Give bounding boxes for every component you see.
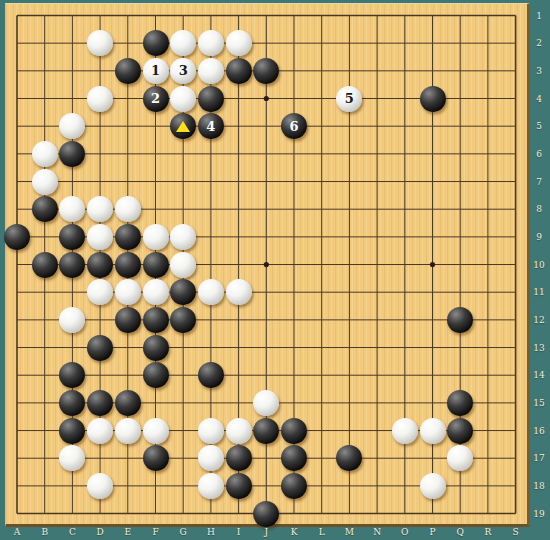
stone-black-E9 [115,224,141,250]
column-label-B: B [41,528,48,537]
stone-white-D18 [87,473,113,499]
stone-black-C16 [59,418,85,444]
stone-white-P18 [420,473,446,499]
stone-white-H18 [198,473,224,499]
stone-black-F4: 2 [143,86,169,112]
stone-black-B8 [32,196,58,222]
go-game-window: 132546 ABCDEFGHIJKLMNOPQRS12345678910111… [0,0,550,540]
stone-white-F16 [143,418,169,444]
star-point [264,96,269,101]
stone-black-F10 [143,252,169,278]
row-label-4: 4 [536,94,542,103]
stone-black-F12 [143,307,169,333]
stone-white-G3: 3 [170,58,196,84]
row-label-16: 16 [533,426,544,435]
move-number-label: 5 [345,92,354,105]
move-number-label: 3 [179,64,188,77]
row-label-12: 12 [533,315,544,324]
stone-black-Q16 [447,418,473,444]
column-label-R: R [485,528,492,537]
column-label-D: D [96,528,103,537]
column-label-C: C [69,528,76,537]
stone-white-O16 [392,418,418,444]
stone-black-D10 [87,252,113,278]
stone-black-J16 [253,418,279,444]
stone-white-G9 [170,224,196,250]
row-label-15: 15 [533,398,544,407]
column-label-A: A [14,528,21,537]
row-label-14: 14 [533,371,544,380]
stone-white-B7 [32,169,58,195]
stone-white-F11 [143,279,169,305]
triangle-marker-icon [176,121,190,132]
column-label-Q: Q [456,528,463,537]
stone-white-I2 [226,30,252,56]
stone-black-E15 [115,390,141,416]
column-label-O: O [401,528,408,537]
stone-black-J19 [253,501,279,527]
column-label-L: L [319,528,325,537]
row-label-5: 5 [536,122,542,131]
stone-black-I3 [226,58,252,84]
column-label-E: E [125,528,132,537]
stone-white-P16 [420,418,446,444]
stone-white-G4 [170,86,196,112]
row-label-1: 1 [536,11,542,20]
stone-black-F14 [143,362,169,388]
stone-black-B10 [32,252,58,278]
stone-black-H5: 4 [198,113,224,139]
stone-white-E16 [115,418,141,444]
column-label-F: F [152,528,158,537]
move-number-label: 6 [289,120,298,133]
stone-black-K18 [281,473,307,499]
stone-white-F3: 1 [143,58,169,84]
stone-white-H17 [198,445,224,471]
stone-white-H11 [198,279,224,305]
column-label-S: S [513,528,519,537]
stone-black-P4 [420,86,446,112]
stone-black-E12 [115,307,141,333]
stone-white-H2 [198,30,224,56]
row-label-9: 9 [536,232,542,241]
stone-black-A9 [4,224,30,250]
stone-black-F13 [143,335,169,361]
star-point [430,262,435,267]
row-label-19: 19 [533,509,544,518]
stone-black-Q12 [447,307,473,333]
column-label-P: P [429,528,435,537]
stone-white-H16 [198,418,224,444]
stone-white-D4 [87,86,113,112]
stone-black-J3 [253,58,279,84]
row-label-13: 13 [533,343,544,352]
stone-black-H14 [198,362,224,388]
column-label-G: G [180,528,187,537]
move-number-label: 2 [151,92,160,105]
row-label-7: 7 [536,177,542,186]
row-label-2: 2 [536,39,542,48]
stone-white-B6 [32,141,58,167]
stone-white-D16 [87,418,113,444]
stone-black-C10 [59,252,85,278]
column-label-I: I [237,528,241,537]
stone-white-I16 [226,418,252,444]
stone-black-E3 [115,58,141,84]
star-point [264,262,269,267]
row-label-10: 10 [533,260,544,269]
stone-white-M4: 5 [336,86,362,112]
stone-black-F2 [143,30,169,56]
column-label-N: N [373,528,381,537]
stone-black-D13 [87,335,113,361]
move-number-label: 1 [151,64,160,77]
stone-white-F9 [143,224,169,250]
stone-black-H4 [198,86,224,112]
stone-black-I17 [226,445,252,471]
stone-white-J15 [253,390,279,416]
stone-black-K5: 6 [281,113,307,139]
stone-black-K16 [281,418,307,444]
stone-white-I11 [226,279,252,305]
row-label-18: 18 [533,481,544,490]
stone-black-G12 [170,307,196,333]
row-label-11: 11 [533,288,544,297]
row-label-8: 8 [536,205,542,214]
stone-white-D9 [87,224,113,250]
row-label-6: 6 [536,149,542,158]
column-label-K: K [291,528,298,537]
stone-black-I18 [226,473,252,499]
row-label-3: 3 [536,66,542,75]
row-label-17: 17 [533,454,544,463]
stone-white-E11 [115,279,141,305]
stone-black-E10 [115,252,141,278]
move-number-label: 4 [206,120,215,133]
stone-white-E8 [115,196,141,222]
stone-black-F17 [143,445,169,471]
stone-white-H3 [198,58,224,84]
column-label-H: H [207,528,215,537]
stone-black-Q15 [447,390,473,416]
column-label-J: J [264,528,268,537]
column-label-M: M [345,528,354,537]
stone-white-G10 [170,252,196,278]
stone-black-D15 [87,390,113,416]
